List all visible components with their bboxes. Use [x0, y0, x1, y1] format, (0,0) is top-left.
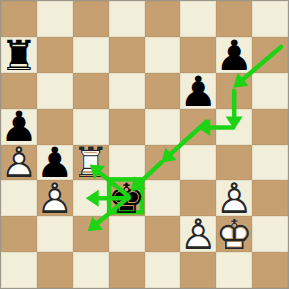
- white-piece-outline: ♖: [72, 138, 110, 187]
- arrow-path-g6-g5: [226, 91, 243, 130]
- piece-white-rook-c4[interactable]: ♜♖: [72, 138, 110, 187]
- white-piece-outline: ♙: [36, 174, 74, 223]
- chess-board: ♜♟♟♟♟♚♟♙♜♖♟♙♟♙♟♙♚♔: [0, 0, 289, 289]
- white-piece-outline: ♙: [180, 210, 218, 259]
- arrow-shaft: [140, 162, 161, 182]
- arrow-shaft: [171, 122, 206, 154]
- piece-white-pawn-f2[interactable]: ♟♙: [180, 210, 218, 259]
- arrow-path-f5-e4: [161, 122, 206, 163]
- white-piece-outline: ♙: [1, 138, 38, 187]
- black-piece-glyph: ♟: [180, 67, 218, 116]
- piece-black-pawn-g7[interactable]: ♟: [215, 31, 253, 80]
- piece-white-pawn-a4[interactable]: ♟♙: [1, 138, 38, 187]
- black-piece-glyph: ♜: [1, 31, 38, 80]
- black-piece-glyph: ♟: [215, 31, 253, 80]
- piece-black-pawn-f6[interactable]: ♟: [180, 67, 218, 116]
- piece-black-rook-a7[interactable]: ♜: [1, 31, 38, 80]
- arrow-head: [86, 190, 99, 207]
- board-overlay: ♜♟♟♟♟♚♟♙♜♖♟♙♟♙♟♙♚♔: [1, 1, 288, 288]
- piece-white-king-g2[interactable]: ♚♔: [215, 210, 253, 259]
- piece-white-pawn-b3[interactable]: ♟♙: [36, 174, 74, 223]
- white-piece-outline: ♔: [215, 210, 253, 259]
